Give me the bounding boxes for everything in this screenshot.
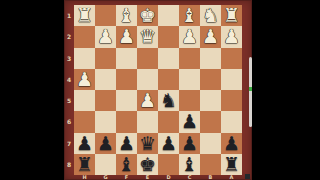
piece-black-rook[interactable]: ♜ (223, 154, 240, 175)
square-g3[interactable] (95, 48, 116, 69)
square-g1[interactable] (95, 5, 116, 26)
square-b4[interactable] (200, 69, 221, 90)
piece-black-knight[interactable]: ♞ (160, 90, 177, 111)
square-d4[interactable] (158, 69, 179, 90)
piece-white-king[interactable]: ♚ (139, 5, 156, 26)
file-label-h: H (74, 174, 95, 180)
square-f3[interactable] (116, 48, 137, 69)
video-letterbox-background: 12345678 ♜♝♚♝♞♜♟♟♛♟♟♟♟♟♞♟♟♟♟♛♟♟♟♜♝♚♝♜ HG… (0, 0, 320, 180)
square-b2[interactable]: ♟ (200, 26, 221, 47)
rank-labels: 12345678 (64, 5, 74, 175)
piece-white-knight[interactable]: ♞ (202, 5, 219, 26)
square-g2[interactable]: ♟ (95, 26, 116, 47)
piece-white-queen[interactable]: ♛ (139, 26, 156, 47)
rank-label-7: 7 (64, 133, 74, 154)
piece-black-bishop[interactable]: ♝ (181, 154, 198, 175)
piece-white-bishop[interactable]: ♝ (118, 5, 135, 26)
piece-black-pawn[interactable]: ♟ (76, 133, 93, 154)
square-b1[interactable]: ♞ (200, 5, 221, 26)
square-a4[interactable] (221, 69, 242, 90)
piece-black-rook[interactable]: ♜ (76, 154, 93, 175)
square-b3[interactable] (200, 48, 221, 69)
square-f8[interactable]: ♝ (116, 154, 137, 175)
piece-black-pawn[interactable]: ♟ (181, 133, 198, 154)
piece-black-bishop[interactable]: ♝ (118, 154, 135, 175)
square-c6[interactable]: ♟ (179, 111, 200, 132)
square-a7[interactable]: ♟ (221, 133, 242, 154)
square-b8[interactable] (200, 154, 221, 175)
square-c4[interactable] (179, 69, 200, 90)
rank-label-3: 3 (64, 48, 74, 69)
piece-white-pawn[interactable]: ♟ (181, 26, 198, 47)
square-d3[interactable] (158, 48, 179, 69)
square-d8[interactable] (158, 154, 179, 175)
file-label-c: C (179, 174, 200, 180)
square-d1[interactable] (158, 5, 179, 26)
piece-white-pawn[interactable]: ♟ (202, 26, 219, 47)
square-f7[interactable]: ♟ (116, 133, 137, 154)
piece-white-pawn[interactable]: ♟ (139, 90, 156, 111)
square-c8[interactable]: ♝ (179, 154, 200, 175)
piece-white-bishop[interactable]: ♝ (181, 5, 198, 26)
file-label-e: E (137, 174, 158, 180)
square-f4[interactable] (116, 69, 137, 90)
square-e1[interactable]: ♚ (137, 5, 158, 26)
file-label-f: F (116, 174, 137, 180)
square-a2[interactable]: ♟ (221, 26, 242, 47)
piece-white-pawn[interactable]: ♟ (118, 26, 135, 47)
square-d2[interactable] (158, 26, 179, 47)
square-h5[interactable] (74, 90, 95, 111)
square-a8[interactable]: ♜ (221, 154, 242, 175)
square-f2[interactable]: ♟ (116, 26, 137, 47)
square-h3[interactable] (74, 48, 95, 69)
piece-black-pawn[interactable]: ♟ (223, 133, 240, 154)
piece-white-pawn[interactable]: ♟ (223, 26, 240, 47)
square-h2[interactable] (74, 26, 95, 47)
square-e2[interactable]: ♛ (137, 26, 158, 47)
square-a6[interactable] (221, 111, 242, 132)
rank-label-2: 2 (64, 26, 74, 47)
square-c7[interactable]: ♟ (179, 133, 200, 154)
square-c2[interactable]: ♟ (179, 26, 200, 47)
file-label-a: A (221, 174, 242, 180)
square-h4[interactable]: ♟ (74, 69, 95, 90)
piece-black-pawn[interactable]: ♟ (97, 133, 114, 154)
square-d7[interactable]: ♟ (158, 133, 179, 154)
square-a5[interactable] (221, 90, 242, 111)
scrollbar-marker (249, 87, 252, 91)
square-c5[interactable] (179, 90, 200, 111)
rank-label-6: 6 (64, 111, 74, 132)
square-e5[interactable]: ♟ (137, 90, 158, 111)
piece-black-pawn[interactable]: ♟ (181, 111, 198, 132)
piece-white-pawn[interactable]: ♟ (97, 26, 114, 47)
piece-black-pawn[interactable]: ♟ (118, 133, 135, 154)
square-h7[interactable]: ♟ (74, 133, 95, 154)
square-f6[interactable] (116, 111, 137, 132)
rank-label-4: 4 (64, 69, 74, 90)
square-f1[interactable]: ♝ (116, 5, 137, 26)
square-d5[interactable]: ♞ (158, 90, 179, 111)
square-g6[interactable] (95, 111, 116, 132)
rank-label-1: 1 (64, 5, 74, 26)
rank-label-8: 8 (64, 154, 74, 175)
piece-white-rook[interactable]: ♜ (76, 5, 93, 26)
piece-black-queen[interactable]: ♛ (139, 133, 156, 154)
corner-dot (245, 174, 250, 179)
square-g8[interactable] (95, 154, 116, 175)
file-labels: HGFEDCBA (74, 174, 242, 180)
square-g5[interactable] (95, 90, 116, 111)
square-h8[interactable]: ♜ (74, 154, 95, 175)
square-e8[interactable]: ♚ (137, 154, 158, 175)
square-g4[interactable] (95, 69, 116, 90)
square-b6[interactable] (200, 111, 221, 132)
square-h6[interactable] (74, 111, 95, 132)
square-g7[interactable]: ♟ (95, 133, 116, 154)
square-e4[interactable] (137, 69, 158, 90)
square-c3[interactable] (179, 48, 200, 69)
square-d6[interactable] (158, 111, 179, 132)
square-a1[interactable]: ♜ (221, 5, 242, 26)
square-f5[interactable] (116, 90, 137, 111)
piece-black-king[interactable]: ♚ (139, 154, 156, 175)
file-label-d: D (158, 174, 179, 180)
square-b5[interactable] (200, 90, 221, 111)
square-c1[interactable]: ♝ (179, 5, 200, 26)
file-label-g: G (95, 174, 116, 180)
piece-black-pawn[interactable]: ♟ (160, 133, 177, 154)
square-b7[interactable] (200, 133, 221, 154)
square-e7[interactable]: ♛ (137, 133, 158, 154)
piece-white-pawn[interactable]: ♟ (76, 69, 93, 90)
square-h1[interactable]: ♜ (74, 5, 95, 26)
chess-board[interactable]: ♜♝♚♝♞♜♟♟♛♟♟♟♟♟♞♟♟♟♟♛♟♟♟♜♝♚♝♜ (74, 5, 242, 175)
rank-label-5: 5 (64, 90, 74, 111)
board-frame: 12345678 ♜♝♚♝♞♜♟♟♛♟♟♟♟♟♞♟♟♟♟♛♟♟♟♜♝♚♝♜ HG… (64, 0, 252, 180)
square-e6[interactable] (137, 111, 158, 132)
square-a3[interactable] (221, 48, 242, 69)
file-label-b: B (200, 174, 221, 180)
piece-white-rook[interactable]: ♜ (223, 5, 240, 26)
scrollbar[interactable] (249, 57, 252, 127)
square-e3[interactable] (137, 48, 158, 69)
